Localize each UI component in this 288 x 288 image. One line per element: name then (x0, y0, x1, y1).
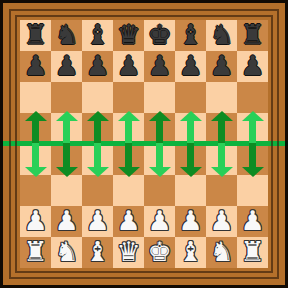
square-g6[interactable] (206, 82, 237, 113)
black-pawn[interactable]: ♟ (209, 50, 233, 81)
black-pawn[interactable]: ♟ (178, 50, 202, 81)
black-rook[interactable]: ♜ (23, 19, 47, 50)
square-h8[interactable]: ♜ (237, 20, 268, 51)
square-e5[interactable] (144, 113, 175, 144)
square-d5[interactable] (113, 113, 144, 144)
square-b5[interactable] (51, 113, 82, 144)
white-pawn[interactable]: ♟ (209, 205, 233, 236)
square-b3[interactable] (51, 175, 82, 206)
chess-board-squares: ♜♞♝♛♚♝♞♜♟♟♟♟♟♟♟♟♟♟♟♟♟♟♟♟♜♞♝♛♚♝♞♜ (20, 20, 268, 268)
square-a7[interactable]: ♟ (20, 51, 51, 82)
square-h3[interactable] (237, 175, 268, 206)
square-a2[interactable]: ♟ (20, 206, 51, 237)
square-b7[interactable]: ♟ (51, 51, 82, 82)
white-king[interactable]: ♚ (147, 236, 171, 267)
square-c4[interactable] (82, 144, 113, 175)
square-d4[interactable] (113, 144, 144, 175)
square-d1[interactable]: ♛ (113, 237, 144, 268)
square-f7[interactable]: ♟ (175, 51, 206, 82)
white-pawn[interactable]: ♟ (85, 205, 109, 236)
square-f6[interactable] (175, 82, 206, 113)
square-d6[interactable] (113, 82, 144, 113)
black-king[interactable]: ♚ (147, 19, 171, 50)
square-d2[interactable]: ♟ (113, 206, 144, 237)
square-e4[interactable] (144, 144, 175, 175)
black-pawn[interactable]: ♟ (54, 50, 78, 81)
square-g7[interactable]: ♟ (206, 51, 237, 82)
black-pawn[interactable]: ♟ (147, 50, 171, 81)
square-a1[interactable]: ♜ (20, 237, 51, 268)
square-f3[interactable] (175, 175, 206, 206)
chess-board: ♜♞♝♛♚♝♞♜♟♟♟♟♟♟♟♟♟♟♟♟♟♟♟♟♜♞♝♛♚♝♞♜ (0, 0, 288, 288)
square-b1[interactable]: ♞ (51, 237, 82, 268)
square-f2[interactable]: ♟ (175, 206, 206, 237)
square-c7[interactable]: ♟ (82, 51, 113, 82)
white-rook[interactable]: ♜ (23, 236, 47, 267)
square-e7[interactable]: ♟ (144, 51, 175, 82)
square-f8[interactable]: ♝ (175, 20, 206, 51)
square-b6[interactable] (51, 82, 82, 113)
square-e1[interactable]: ♚ (144, 237, 175, 268)
square-c3[interactable] (82, 175, 113, 206)
square-h5[interactable] (237, 113, 268, 144)
white-bishop[interactable]: ♝ (178, 236, 202, 267)
black-queen[interactable]: ♛ (116, 19, 140, 50)
square-h2[interactable]: ♟ (237, 206, 268, 237)
square-e2[interactable]: ♟ (144, 206, 175, 237)
white-knight[interactable]: ♞ (209, 236, 233, 267)
white-pawn[interactable]: ♟ (54, 205, 78, 236)
white-queen[interactable]: ♛ (116, 236, 140, 267)
square-e8[interactable]: ♚ (144, 20, 175, 51)
square-f5[interactable] (175, 113, 206, 144)
square-d8[interactable]: ♛ (113, 20, 144, 51)
square-b2[interactable]: ♟ (51, 206, 82, 237)
black-bishop[interactable]: ♝ (178, 19, 202, 50)
square-g5[interactable] (206, 113, 237, 144)
square-a6[interactable] (20, 82, 51, 113)
square-g8[interactable]: ♞ (206, 20, 237, 51)
square-h4[interactable] (237, 144, 268, 175)
square-d3[interactable] (113, 175, 144, 206)
square-c8[interactable]: ♝ (82, 20, 113, 51)
black-knight[interactable]: ♞ (54, 19, 78, 50)
square-a8[interactable]: ♜ (20, 20, 51, 51)
square-c1[interactable]: ♝ (82, 237, 113, 268)
square-h7[interactable]: ♟ (237, 51, 268, 82)
black-rook[interactable]: ♜ (240, 19, 264, 50)
white-rook[interactable]: ♜ (240, 236, 264, 267)
square-a4[interactable] (20, 144, 51, 175)
black-bishop[interactable]: ♝ (85, 19, 109, 50)
white-pawn[interactable]: ♟ (116, 205, 140, 236)
square-c2[interactable]: ♟ (82, 206, 113, 237)
white-bishop[interactable]: ♝ (85, 236, 109, 267)
square-a3[interactable] (20, 175, 51, 206)
square-g2[interactable]: ♟ (206, 206, 237, 237)
square-h6[interactable] (237, 82, 268, 113)
square-f1[interactable]: ♝ (175, 237, 206, 268)
square-f4[interactable] (175, 144, 206, 175)
white-knight[interactable]: ♞ (54, 236, 78, 267)
square-a5[interactable] (20, 113, 51, 144)
square-e3[interactable] (144, 175, 175, 206)
black-pawn[interactable]: ♟ (23, 50, 47, 81)
white-pawn[interactable]: ♟ (147, 205, 171, 236)
black-pawn[interactable]: ♟ (116, 50, 140, 81)
white-pawn[interactable]: ♟ (23, 205, 47, 236)
black-pawn[interactable]: ♟ (240, 50, 264, 81)
square-c6[interactable] (82, 82, 113, 113)
white-pawn[interactable]: ♟ (240, 205, 264, 236)
black-knight[interactable]: ♞ (209, 19, 233, 50)
square-c5[interactable] (82, 113, 113, 144)
square-h1[interactable]: ♜ (237, 237, 268, 268)
square-g1[interactable]: ♞ (206, 237, 237, 268)
square-e6[interactable] (144, 82, 175, 113)
white-pawn[interactable]: ♟ (178, 205, 202, 236)
square-b4[interactable] (51, 144, 82, 175)
square-d7[interactable]: ♟ (113, 51, 144, 82)
square-g3[interactable] (206, 175, 237, 206)
square-g4[interactable] (206, 144, 237, 175)
black-pawn[interactable]: ♟ (85, 50, 109, 81)
square-b8[interactable]: ♞ (51, 20, 82, 51)
